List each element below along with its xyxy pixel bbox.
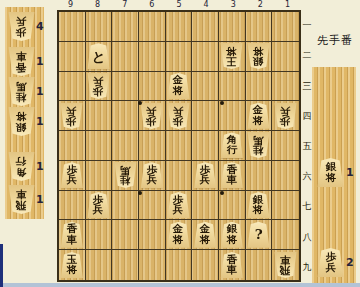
board-square[interactable] [272,191,299,221]
shogi-piece-pawn[interactable]: 歩兵 [87,73,110,99]
piece-kanji: 車 [280,255,291,266]
shogi-piece-silver[interactable]: 銀将 [8,107,35,136]
rank-label: 五 [302,140,312,153]
hand-piece-count: 1 [36,115,44,128]
board-square[interactable]: ? [246,220,273,250]
board-square[interactable] [246,161,273,191]
board-square[interactable] [219,101,246,131]
board-square[interactable] [112,42,139,72]
file-label: 8 [92,0,104,9]
board-square[interactable] [272,131,299,161]
board-square[interactable]: 歩兵 [166,191,193,221]
board-square[interactable]: 歩兵 [166,101,193,131]
board-square[interactable] [112,220,139,250]
shogi-piece-rook[interactable]: 飛車 [8,185,35,214]
piece-kanji: 飛 [16,200,27,211]
hand-piece-pawn[interactable]: 歩兵 [8,12,35,41]
piece-kanji: 兵 [93,75,104,86]
piece-kanji: 馬 [16,81,27,92]
piece-kanji: 車 [16,51,27,62]
piece-kanji: 行 [16,156,27,167]
board-square[interactable]: 金将 [166,72,193,102]
shogi-piece-pawn[interactable]: 歩兵 [8,12,35,41]
board-square[interactable]: 香車 [219,250,246,280]
shogi-piece-gold[interactable]: 金将 [194,222,217,248]
file-label: 9 [65,0,77,9]
piece-kanji: 歩 [16,27,27,38]
board-square[interactable]: 歩兵 [139,101,166,131]
board-square[interactable] [59,72,86,102]
shogi-piece-pawn[interactable]: 歩兵 [87,192,110,218]
piece-kanji: 兵 [16,16,27,27]
board-square[interactable] [192,101,219,131]
piece-kanji: 兵 [200,175,211,186]
piece-kanji: 車 [16,189,27,200]
piece-kanji: 兵 [67,105,78,116]
board-square[interactable] [272,220,299,250]
piece-kanji: 歩 [93,86,104,97]
file-label: 3 [227,0,239,9]
turn-indicator: 先手番 [317,33,360,48]
shogi-piece-gold[interactable]: 金将 [247,103,270,129]
rank-label: 八 [302,230,312,243]
piece-kanji: 馬 [120,165,131,176]
board-square[interactable] [246,250,273,280]
piece-kanji: 車 [227,265,238,276]
piece-kanji: 車 [67,235,78,246]
board-square[interactable] [112,12,139,42]
piece-kanji: 将 [173,235,184,246]
piece-kanji: 兵 [67,175,78,186]
shogi-piece-silver[interactable]: 銀将 [220,222,243,248]
board-square[interactable]: 歩兵 [86,191,113,221]
rank-label: 三 [302,79,312,92]
rank-label: 四 [302,109,312,122]
gote-hand-tray: 歩兵4香車1桂馬1銀将1角行1飛車1 [5,7,44,219]
piece-kanji: 兵 [93,205,104,216]
board-square[interactable] [192,131,219,161]
board-square[interactable] [166,250,193,280]
hand-piece-count: 1 [36,160,44,173]
shogi-piece-silver[interactable]: 銀将 [317,158,344,187]
board-square[interactable] [86,220,113,250]
board-square[interactable]: 金将 [166,220,193,250]
board-square[interactable]: 銀将 [246,191,273,221]
hand-piece-count: 2 [346,256,354,269]
piece-kanji: 行 [227,145,238,156]
piece-kanji: 兵 [173,205,184,216]
piece-kanji: 兵 [280,105,291,116]
piece-kanji: 兵 [147,105,158,116]
board-square[interactable]: 歩兵 [59,161,86,191]
piece-kanji: 香 [16,62,27,73]
left-edge-strip [0,244,3,287]
board-square[interactable] [219,72,246,102]
file-label: 4 [200,0,212,9]
board-square[interactable]: 香車 [59,220,86,250]
shogi-piece-pawn[interactable]: 歩兵 [274,103,297,129]
hand-piece-lance[interactable]: 香車 [8,47,35,76]
shogi-piece-king_gote[interactable]: 王将 [220,43,243,69]
file-label: 2 [254,0,266,9]
piece-kanji: 車 [227,175,238,186]
board-square[interactable]: 歩兵 [59,101,86,131]
shogi-piece-bishop[interactable]: 角行 [8,152,35,181]
star-point [220,191,224,195]
hand-piece-pawn[interactable]: 歩兵 [317,248,344,277]
board-square[interactable] [246,12,273,42]
board-square[interactable] [59,42,86,72]
piece-kanji: 角 [16,167,27,178]
hand-piece-count: 1 [36,193,44,206]
rank-label: 二 [302,49,312,62]
board-square[interactable] [86,250,113,280]
rank-label: 六 [302,170,312,183]
piece-kanji: 飛 [280,265,291,276]
board-square[interactable] [59,131,86,161]
board-square[interactable] [112,131,139,161]
board-square[interactable] [59,191,86,221]
board-square[interactable] [166,161,193,191]
board-square[interactable]: 王将 [219,42,246,72]
sente-hand-tray: 銀将1歩兵2 [312,67,356,283]
board-square[interactable] [139,250,166,280]
shogi-piece-knight[interactable]: 桂馬 [247,132,270,158]
board-square[interactable] [86,12,113,42]
board-square[interactable]: 角行 [219,131,246,161]
board-square[interactable]: 飛車 [272,250,299,280]
board-square[interactable] [166,131,193,161]
board-square[interactable] [139,191,166,221]
board-square[interactable] [139,42,166,72]
file-label: 7 [119,0,131,9]
shogi-piece-bishop[interactable]: 角行 [220,132,243,158]
bottom-edge-strip [0,283,360,287]
hand-piece-count: 1 [36,85,44,98]
piece-kanji: 銀 [16,122,27,133]
hand-piece-silver[interactable]: 銀将 [8,107,35,136]
shogi-piece-pawn[interactable]: 歩兵 [140,162,163,188]
board-square[interactable]: と [86,42,113,72]
shogi-piece-tokin[interactable]: と [87,43,110,69]
board-square[interactable] [272,72,299,102]
shogi-piece-unknown[interactable]: ? [247,222,270,248]
board-square[interactable] [112,101,139,131]
shogi-piece-pawn[interactable]: 歩兵 [167,192,190,218]
piece-kanji: 歩 [173,116,184,127]
board-square[interactable] [112,250,139,280]
board-square[interactable] [166,12,193,42]
piece-kanji: 将 [227,235,238,246]
shogi-piece-silver[interactable]: 銀将 [247,192,270,218]
shogi-piece-pawn[interactable]: 歩兵 [140,103,163,129]
piece-kanji: 桂 [253,145,264,156]
shogi-piece-pawn[interactable]: 歩兵 [60,162,83,188]
piece-kanji: 兵 [325,263,336,274]
board-square[interactable] [272,42,299,72]
board-square[interactable] [166,42,193,72]
shogi-piece-king_sente[interactable]: 玉将 [60,252,83,278]
board-square[interactable]: 桂馬 [112,161,139,191]
board-square[interactable] [192,42,219,72]
piece-kanji: 銀 [253,56,264,67]
piece-kanji: と [91,50,105,63]
shogi-piece-lance[interactable]: 香車 [60,222,83,248]
piece-kanji: 兵 [147,175,158,186]
hand-piece-knight[interactable]: 桂馬 [8,77,35,106]
board-square[interactable] [86,131,113,161]
piece-kanji: 将 [253,205,264,216]
piece-kanji: 将 [200,235,211,246]
shogi-piece-gold[interactable]: 金将 [167,222,190,248]
board-square[interactable] [112,72,139,102]
piece-kanji: 歩 [67,116,78,127]
piece-kanji: 将 [325,173,336,184]
piece-kanji: 兵 [173,105,184,116]
hand-piece-bishop[interactable]: 角行 [8,152,35,181]
shogi-piece-knight[interactable]: 桂馬 [114,162,137,188]
board-square[interactable]: 金将 [192,220,219,250]
board-square[interactable] [192,191,219,221]
piece-kanji: 将 [16,111,27,122]
shogi-piece-pawn[interactable]: 歩兵 [167,103,190,129]
shogi-board: と王将銀将歩兵金将歩兵歩兵歩兵金将歩兵角行桂馬歩兵桂馬歩兵歩兵香車歩兵歩兵銀将香… [57,10,301,282]
star-point [138,101,142,105]
board-square[interactable]: 桂馬 [246,131,273,161]
shogi-piece-pawn[interactable]: 歩兵 [60,103,83,129]
shogi-piece-pawn[interactable]: 歩兵 [317,248,344,277]
piece-kanji: 将 [253,46,264,57]
file-label: 1 [281,0,293,9]
hand-piece-count: 4 [36,20,44,33]
board-square[interactable] [192,72,219,102]
shogi-piece-knight[interactable]: 桂馬 [8,77,35,106]
piece-kanji: 歩 [147,116,158,127]
board-square[interactable] [192,12,219,42]
hand-piece-silver[interactable]: 銀将 [317,158,344,187]
board-square[interactable] [139,72,166,102]
board-square[interactable]: 歩兵 [272,101,299,131]
board-square[interactable] [86,161,113,191]
file-label: 6 [146,0,158,9]
shogi-piece-gold[interactable]: 金将 [167,73,190,99]
board-square[interactable] [246,72,273,102]
rank-label: 一 [302,19,312,32]
board-square[interactable]: 歩兵 [192,161,219,191]
piece-kanji: 将 [253,116,264,127]
board-square[interactable] [139,220,166,250]
piece-kanji: 将 [67,265,78,276]
board-square[interactable]: 香車 [219,161,246,191]
board-square[interactable]: 金将 [246,101,273,131]
board-square[interactable] [139,131,166,161]
board-square[interactable] [219,191,246,221]
shogi-piece-pawn[interactable]: 歩兵 [194,162,217,188]
board-square[interactable]: 銀将 [246,42,273,72]
board-square[interactable] [192,250,219,280]
board-square[interactable] [112,191,139,221]
board-square[interactable]: 歩兵 [139,161,166,191]
piece-kanji: 馬 [253,135,264,146]
piece-kanji: 桂 [120,175,131,186]
piece-kanji: 将 [173,86,184,97]
board-square[interactable] [272,12,299,42]
piece-kanji: 王 [227,56,238,67]
rank-label: 七 [302,200,312,213]
piece-kanji: 桂 [16,92,27,103]
shogi-piece-lance[interactable]: 香車 [8,47,35,76]
file-label: 5 [173,0,185,9]
board-square[interactable] [59,12,86,42]
shogi-piece-rook[interactable]: 飛車 [274,252,297,278]
star-point [220,101,224,105]
hand-piece-rook[interactable]: 飛車 [8,185,35,214]
piece-kanji: 将 [227,46,238,57]
board-square[interactable] [219,12,246,42]
board-square[interactable]: 歩兵 [86,72,113,102]
shogi-piece-silver[interactable]: 銀将 [247,43,270,69]
hand-piece-count: 1 [346,166,354,179]
piece-kanji: 歩 [280,116,291,127]
shogi-piece-lance[interactable]: 香車 [220,252,243,278]
shogi-piece-lance[interactable]: 香車 [220,162,243,188]
board-square[interactable]: 銀将 [219,220,246,250]
star-point [138,191,142,195]
piece-kanji: ? [254,228,262,241]
hand-piece-count: 1 [36,55,44,68]
board-square[interactable]: 玉将 [59,250,86,280]
board-square[interactable] [272,161,299,191]
board-square[interactable] [139,12,166,42]
board-square[interactable] [86,101,113,131]
rank-label: 九 [302,260,312,273]
